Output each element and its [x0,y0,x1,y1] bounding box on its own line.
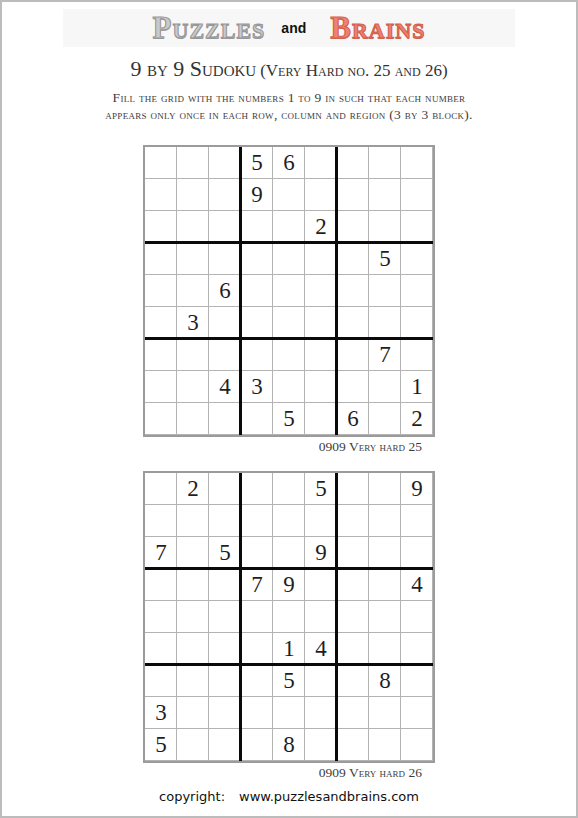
puzzle-26-cell-r3c6: 9 [305,537,337,569]
puzzle-26-cell-r7c2 [177,665,209,697]
puzzle-26-cell-r7c4 [241,665,273,697]
puzzle-25-cell-r2c6 [305,179,337,211]
puzzle-26-cell-r7c7 [337,665,369,697]
puzzle-25-cell-r2c3 [209,179,241,211]
puzzle-25-cell-r6c1 [145,307,177,339]
puzzle-26-cell-r2c4 [241,505,273,537]
puzzle-26-cell-r6c7 [337,633,369,665]
puzzle-25-cell-r1c2 [177,147,209,179]
puzzle-25-cell-r6c2: 3 [177,307,209,339]
puzzle-26-cell-r8c8 [369,697,401,729]
puzzle-26-cell-r4c7 [337,569,369,601]
sudoku-grid-26: 2597597941458358 [143,471,435,763]
puzzle-26-cell-r1c7 [337,473,369,505]
page-title-main: 9 by 9 Sudoku [130,56,256,81]
puzzle-26-cell-r7c1 [145,665,177,697]
puzzle-25-cell-r2c8 [369,179,401,211]
puzzle-25-cell-r7c2 [177,339,209,371]
puzzle-26-cell-r6c5: 1 [273,633,305,665]
puzzle-26-cell-r3c7 [337,537,369,569]
puzzle-25-cell-r7c1 [145,339,177,371]
puzzle-26-cell-r9c3 [209,729,241,761]
puzzle-26-cell-r6c3 [209,633,241,665]
puzzle-25-cell-r4c2 [177,243,209,275]
puzzle-26-cell-r1c3 [209,473,241,505]
puzzle-25-cell-r7c9 [401,339,433,371]
page-title-sub: (Very Hard no. 25 and 26) [260,61,447,80]
puzzle-25: 56925637431562 0909 Very hard 25 [143,145,435,455]
puzzle-26-cell-r4c8 [369,569,401,601]
puzzle-25-cell-r2c9 [401,179,433,211]
puzzle-26-cell-r8c7 [337,697,369,729]
puzzle-26-cell-r2c1 [145,505,177,537]
puzzle-26-cell-r5c9 [401,601,433,633]
puzzle-26-cell-r9c4 [241,729,273,761]
puzzle-25-cell-r4c9 [401,243,433,275]
puzzle-25-cell-r3c2 [177,211,209,243]
puzzle-25-cell-r3c1 [145,211,177,243]
puzzle-26-cell-r3c9 [401,537,433,569]
puzzle-25-caption: 0909 Very hard 25 [143,439,435,455]
puzzle-25-cell-r9c2 [177,403,209,435]
puzzle-26-cell-r4c3 [209,569,241,601]
puzzle-26-cell-r4c5: 9 [273,569,305,601]
puzzle-26-cell-r1c1 [145,473,177,505]
sudoku-grid-25: 56925637431562 [143,145,435,437]
puzzle-26-cell-r2c8 [369,505,401,537]
logo-puzzles: Puzzles [153,10,266,46]
puzzle-25-cell-r5c9 [401,275,433,307]
block-separator-vertical-right [335,473,338,761]
puzzle-25-cell-r7c5 [273,339,305,371]
puzzle-25-cell-r8c9: 1 [401,371,433,403]
footer: copyright:www.puzzlesandbrains.com [2,789,576,804]
puzzle-25-cell-r1c9 [401,147,433,179]
puzzle-25-cell-r7c8: 7 [369,339,401,371]
puzzle-25-cell-r9c7: 6 [337,403,369,435]
puzzle-25-cell-r1c8 [369,147,401,179]
puzzle-25-cell-r5c4 [241,275,273,307]
puzzle-26-cell-r9c5: 8 [273,729,305,761]
puzzle-26-cell-r4c9: 4 [401,569,433,601]
puzzle-26-cell-r9c1: 5 [145,729,177,761]
puzzle-25-cell-r5c1 [145,275,177,307]
puzzle-26-cell-r8c6 [305,697,337,729]
puzzle-25-cell-r6c9 [401,307,433,339]
puzzle-26-cell-r6c9 [401,633,433,665]
puzzle-26-cell-r9c8 [369,729,401,761]
puzzle-25-cell-r7c6 [305,339,337,371]
puzzle-26-cell-r9c6 [305,729,337,761]
puzzle-26-cell-r8c4 [241,697,273,729]
puzzle-26-cell-r2c2 [177,505,209,537]
page-title: 9 by 9 Sudoku (Very Hard no. 25 and 26) [2,56,576,82]
puzzle-26-cell-r4c2 [177,569,209,601]
puzzle-26-cell-r2c6 [305,505,337,537]
block-separator-vertical-left [239,473,242,761]
puzzle-25-cell-r8c2 [177,371,209,403]
block-separator-horizontal-bottom [145,663,433,666]
puzzle-25-cell-r6c5 [273,307,305,339]
logo-and: and [281,20,306,36]
puzzle-26-cell-r1c6: 5 [305,473,337,505]
puzzle-26-cell-r9c9 [401,729,433,761]
puzzle-25-cell-r1c7 [337,147,369,179]
puzzle-26-cell-r5c8 [369,601,401,633]
puzzle-25-cell-r4c7 [337,243,369,275]
puzzle-25-cell-r5c8 [369,275,401,307]
puzzle-26-cell-r5c4 [241,601,273,633]
puzzle-26-cell-r8c5 [273,697,305,729]
puzzle-26-cell-r4c4: 7 [241,569,273,601]
puzzle-26-cell-r7c9 [401,665,433,697]
puzzle-25-cell-r7c3 [209,339,241,371]
puzzle-25-cell-r1c3 [209,147,241,179]
puzzle-25-cell-r9c4 [241,403,273,435]
puzzle-25-cell-r6c6 [305,307,337,339]
puzzle-25-cell-r4c5 [273,243,305,275]
header-logo-band: Puzzles and Brains [63,9,515,47]
puzzle-26-cell-r1c4 [241,473,273,505]
puzzle-25-cell-r8c5 [273,371,305,403]
puzzle-26-cell-r3c1: 7 [145,537,177,569]
puzzle-26-cell-r7c6 [305,665,337,697]
puzzle-25-cell-r8c6 [305,371,337,403]
puzzle-25-cell-r1c4: 5 [241,147,273,179]
puzzle-26-cell-r5c7 [337,601,369,633]
puzzle-25-cell-r3c9 [401,211,433,243]
puzzle-26-cell-r6c1 [145,633,177,665]
puzzle-25-cell-r3c3 [209,211,241,243]
block-separator-vertical-right [335,147,338,435]
puzzle-26-cell-r8c9 [401,697,433,729]
puzzle-26-cell-r5c2 [177,601,209,633]
copyright-label: copyright: [159,789,225,804]
puzzle-25-cell-r6c8 [369,307,401,339]
puzzle-25-cell-r4c8: 5 [369,243,401,275]
instructions-line-1: Fill the grid with the numbers 1 to 9 in… [2,89,576,106]
puzzle-26-cell-r4c6 [305,569,337,601]
puzzle-26-cell-r7c8: 8 [369,665,401,697]
logo-brains: Brains [330,10,425,46]
puzzle-26-cell-r5c6 [305,601,337,633]
website-link[interactable]: www.puzzlesandbrains.com [239,789,419,804]
puzzle-26-cell-r2c3 [209,505,241,537]
puzzle-25-cell-r9c1 [145,403,177,435]
puzzle-26-cell-r5c3 [209,601,241,633]
puzzle-25-cell-r2c7 [337,179,369,211]
puzzle-26: 2597597941458358 0909 Very hard 26 [143,471,435,781]
puzzle-25-cell-r9c9: 2 [401,403,433,435]
puzzle-26-cell-r9c2 [177,729,209,761]
block-separator-horizontal-top [145,241,433,244]
puzzle-25-cell-r9c5: 5 [273,403,305,435]
puzzle-26-cell-r6c8 [369,633,401,665]
puzzle-26-cell-r2c9 [401,505,433,537]
puzzle-25-cell-r3c6: 2 [305,211,337,243]
puzzle-26-cell-r1c5 [273,473,305,505]
puzzle-25-cell-r3c4 [241,211,273,243]
puzzle-25-cell-r2c1 [145,179,177,211]
puzzle-26-cell-r5c1 [145,601,177,633]
puzzle-25-cell-r1c6 [305,147,337,179]
puzzle-25-cell-r9c8 [369,403,401,435]
puzzle-26-cell-r3c5 [273,537,305,569]
puzzle-25-cell-r2c2 [177,179,209,211]
puzzle-26-cell-r4c1 [145,569,177,601]
puzzle-26-cell-r2c5 [273,505,305,537]
puzzle-26-caption: 0909 Very hard 26 [143,765,435,781]
puzzle-25-cell-r9c6 [305,403,337,435]
puzzle-26-cell-r7c5: 5 [273,665,305,697]
puzzle-25-cell-r8c3: 4 [209,371,241,403]
puzzle-25-cell-r3c7 [337,211,369,243]
puzzle-25-cell-r5c5 [273,275,305,307]
puzzle-26-cell-r3c3: 5 [209,537,241,569]
puzzle-25-cell-r7c4 [241,339,273,371]
puzzle-25-cell-r9c3 [209,403,241,435]
puzzle-25-cell-r3c5 [273,211,305,243]
puzzle-25-cell-r5c3: 6 [209,275,241,307]
puzzle-25-cell-r2c4: 9 [241,179,273,211]
puzzle-25-cell-r8c4: 3 [241,371,273,403]
puzzle-26-cell-r5c5 [273,601,305,633]
puzzle-26-cell-r3c8 [369,537,401,569]
puzzle-25-cell-r2c5 [273,179,305,211]
puzzle-25-cell-r4c3 [209,243,241,275]
puzzle-25-cell-r6c3 [209,307,241,339]
block-separator-horizontal-bottom [145,337,433,340]
puzzle-26-cell-r1c8 [369,473,401,505]
block-separator-vertical-left [239,147,242,435]
puzzle-25-cell-r6c4 [241,307,273,339]
puzzle-26-cell-r9c7 [337,729,369,761]
puzzle-26-cell-r3c2 [177,537,209,569]
puzzle-25-cell-r4c1 [145,243,177,275]
puzzle-25-cell-r3c8 [369,211,401,243]
puzzle-26-cell-r6c4 [241,633,273,665]
puzzle-25-cell-r8c7 [337,371,369,403]
puzzle-26-cell-r6c2 [177,633,209,665]
puzzle-25-cell-r1c1 [145,147,177,179]
puzzle-25-cell-r5c2 [177,275,209,307]
puzzle-25-cell-r8c1 [145,371,177,403]
puzzle-26-cell-r8c1: 3 [145,697,177,729]
puzzle-25-cell-r8c8 [369,371,401,403]
puzzle-26-cell-r8c2 [177,697,209,729]
puzzle-26-cell-r8c3 [209,697,241,729]
puzzle-26-cell-r6c6: 4 [305,633,337,665]
puzzle-25-cell-r4c4 [241,243,273,275]
block-separator-horizontal-top [145,567,433,570]
puzzle-25-cell-r5c7 [337,275,369,307]
puzzle-26-cell-r1c9: 9 [401,473,433,505]
puzzle-25-cell-r5c6 [305,275,337,307]
puzzle-25-cell-r6c7 [337,307,369,339]
puzzle-26-cell-r2c7 [337,505,369,537]
puzzle-26-cell-r3c4 [241,537,273,569]
instructions: Fill the grid with the numbers 1 to 9 in… [2,89,576,123]
instructions-line-2: appears only once in each row, column an… [2,106,576,123]
puzzle-25-cell-r7c7 [337,339,369,371]
puzzle-25-cell-r1c5: 6 [273,147,305,179]
puzzle-25-cell-r4c6 [305,243,337,275]
puzzle-26-cell-r7c3 [209,665,241,697]
puzzle-26-cell-r1c2: 2 [177,473,209,505]
